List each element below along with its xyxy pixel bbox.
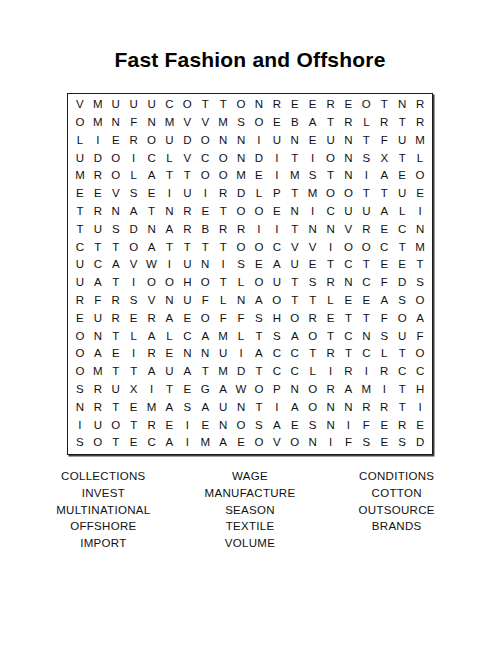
grid-cell[interactable]: V <box>178 149 196 167</box>
grid-cell[interactable]: V <box>125 256 143 274</box>
grid-cell[interactable]: I <box>357 167 375 185</box>
grid-cell[interactable]: T <box>107 363 125 381</box>
grid-cell[interactable]: N <box>411 221 429 239</box>
grid-cell[interactable]: T <box>322 167 340 185</box>
grid-cell[interactable]: T <box>411 256 429 274</box>
grid-cell[interactable]: U <box>393 132 411 150</box>
grid-cell[interactable]: C <box>339 256 357 274</box>
grid-cell[interactable]: S <box>268 327 286 345</box>
grid-cell[interactable]: O <box>268 292 286 310</box>
grid-cell[interactable]: L <box>160 327 178 345</box>
grid-cell[interactable]: M <box>160 114 178 132</box>
grid-cell[interactable]: A <box>304 114 322 132</box>
grid-cell[interactable]: N <box>286 381 304 399</box>
grid-cell[interactable]: T <box>393 381 411 399</box>
grid-cell[interactable]: M <box>89 114 107 132</box>
grid-cell[interactable]: O <box>304 327 322 345</box>
grid-cell[interactable]: T <box>214 274 232 292</box>
grid-cell[interactable]: E <box>160 416 178 434</box>
grid-cell[interactable]: T <box>304 292 322 310</box>
grid-cell[interactable]: R <box>89 399 107 417</box>
grid-cell[interactable]: T <box>393 399 411 417</box>
grid-cell[interactable]: I <box>250 132 268 150</box>
grid-cell[interactable]: E <box>357 292 375 310</box>
grid-cell[interactable]: E <box>71 310 89 328</box>
grid-cell[interactable]: E <box>71 185 89 203</box>
grid-cell[interactable]: N <box>214 132 232 150</box>
grid-cell[interactable]: T <box>357 185 375 203</box>
grid-cell[interactable]: N <box>143 221 161 239</box>
grid-cell[interactable]: T <box>322 256 340 274</box>
grid-cell[interactable]: N <box>160 203 178 221</box>
grid-cell[interactable]: O <box>286 434 304 452</box>
grid-cell[interactable]: N <box>286 203 304 221</box>
grid-cell[interactable]: L <box>393 203 411 221</box>
grid-cell[interactable]: T <box>339 345 357 363</box>
grid-cell[interactable]: M <box>196 434 214 452</box>
grid-cell[interactable]: U <box>339 203 357 221</box>
grid-cell[interactable]: A <box>143 363 161 381</box>
grid-cell[interactable]: I <box>214 256 232 274</box>
grid-cell[interactable]: N <box>107 114 125 132</box>
grid-cell[interactable]: X <box>125 381 143 399</box>
grid-cell[interactable]: C <box>178 327 196 345</box>
grid-cell[interactable]: S <box>232 114 250 132</box>
grid-cell[interactable]: L <box>375 345 393 363</box>
grid-cell[interactable]: E <box>107 132 125 150</box>
grid-cell[interactable]: C <box>393 363 411 381</box>
grid-cell[interactable]: P <box>268 381 286 399</box>
grid-cell[interactable]: O <box>107 416 125 434</box>
grid-cell[interactable]: L <box>125 327 143 345</box>
grid-cell[interactable]: X <box>375 149 393 167</box>
grid-cell[interactable]: T <box>250 399 268 417</box>
grid-cell[interactable]: R <box>71 292 89 310</box>
grid-cell[interactable]: W <box>143 256 161 274</box>
grid-cell[interactable]: I <box>304 149 322 167</box>
grid-cell[interactable]: O <box>71 114 89 132</box>
grid-cell[interactable]: R <box>322 345 340 363</box>
grid-cell[interactable]: C <box>411 363 429 381</box>
grid-cell[interactable]: O <box>250 274 268 292</box>
grid-cell[interactable]: A <box>196 327 214 345</box>
grid-cell[interactable]: D <box>250 149 268 167</box>
grid-cell[interactable]: S <box>393 292 411 310</box>
grid-cell[interactable]: V <box>71 96 89 114</box>
grid-cell[interactable]: N <box>250 96 268 114</box>
grid-cell[interactable]: N <box>339 167 357 185</box>
grid-cell[interactable]: O <box>125 238 143 256</box>
grid-cell[interactable]: E <box>250 167 268 185</box>
grid-cell[interactable]: T <box>214 238 232 256</box>
grid-cell[interactable]: T <box>322 327 340 345</box>
grid-cell[interactable]: S <box>357 434 375 452</box>
grid-cell[interactable]: T <box>160 381 178 399</box>
grid-cell[interactable]: S <box>304 274 322 292</box>
grid-cell[interactable]: M <box>143 399 161 417</box>
grid-cell[interactable]: D <box>178 132 196 150</box>
grid-cell[interactable]: A <box>250 292 268 310</box>
grid-cell[interactable]: E <box>178 310 196 328</box>
grid-cell[interactable]: I <box>339 416 357 434</box>
grid-cell[interactable]: R <box>339 363 357 381</box>
grid-cell[interactable]: G <box>196 381 214 399</box>
grid-cell[interactable]: V <box>339 221 357 239</box>
grid-cell[interactable]: R <box>107 310 125 328</box>
grid-cell[interactable]: O <box>214 149 232 167</box>
grid-cell[interactable]: C <box>143 149 161 167</box>
grid-cell[interactable]: E <box>178 381 196 399</box>
grid-cell[interactable]: S <box>250 416 268 434</box>
grid-cell[interactable]: T <box>339 310 357 328</box>
grid-cell[interactable]: I <box>268 221 286 239</box>
grid-cell[interactable]: V <box>286 238 304 256</box>
grid-cell[interactable]: U <box>89 416 107 434</box>
grid-cell[interactable]: E <box>339 292 357 310</box>
grid-cell[interactable]: O <box>196 310 214 328</box>
grid-cell[interactable]: T <box>196 96 214 114</box>
grid-cell[interactable]: R <box>107 292 125 310</box>
grid-cell[interactable]: U <box>286 256 304 274</box>
grid-cell[interactable]: I <box>160 256 178 274</box>
grid-cell[interactable]: I <box>71 416 89 434</box>
grid-cell[interactable]: S <box>304 167 322 185</box>
grid-cell[interactable]: S <box>232 256 250 274</box>
grid-cell[interactable]: A <box>250 345 268 363</box>
grid-cell[interactable]: R <box>375 363 393 381</box>
grid-cell[interactable]: S <box>411 274 429 292</box>
grid-cell[interactable]: C <box>143 434 161 452</box>
grid-cell[interactable]: C <box>160 96 178 114</box>
grid-cell[interactable]: R <box>339 114 357 132</box>
grid-cell[interactable]: N <box>339 274 357 292</box>
grid-cell[interactable]: N <box>304 434 322 452</box>
grid-cell[interactable]: I <box>357 363 375 381</box>
grid-cell[interactable]: E <box>196 203 214 221</box>
grid-cell[interactable]: R <box>178 221 196 239</box>
grid-cell[interactable]: U <box>214 399 232 417</box>
grid-cell[interactable]: C <box>286 363 304 381</box>
grid-cell[interactable]: T <box>393 114 411 132</box>
grid-cell[interactable]: C <box>322 203 340 221</box>
grid-cell[interactable]: A <box>375 292 393 310</box>
grid-cell[interactable]: E <box>375 434 393 452</box>
grid-cell[interactable]: O <box>143 132 161 150</box>
grid-cell[interactable]: I <box>178 434 196 452</box>
grid-cell[interactable]: N <box>107 203 125 221</box>
grid-cell[interactable]: O <box>160 274 178 292</box>
grid-cell[interactable]: I <box>232 345 250 363</box>
grid-cell[interactable]: V <box>268 434 286 452</box>
grid-cell[interactable]: M <box>214 114 232 132</box>
grid-cell[interactable]: F <box>357 416 375 434</box>
grid-cell[interactable]: R <box>214 185 232 203</box>
grid-cell[interactable]: A <box>268 256 286 274</box>
grid-cell[interactable]: U <box>322 132 340 150</box>
grid-cell[interactable]: T <box>286 292 304 310</box>
grid-cell[interactable]: T <box>196 238 214 256</box>
grid-cell[interactable]: A <box>143 167 161 185</box>
grid-cell[interactable]: C <box>286 345 304 363</box>
grid-cell[interactable]: S <box>125 185 143 203</box>
grid-cell[interactable]: E <box>304 132 322 150</box>
grid-cell[interactable]: O <box>286 310 304 328</box>
grid-cell[interactable]: E <box>107 345 125 363</box>
grid-cell[interactable]: O <box>89 434 107 452</box>
grid-cell[interactable]: A <box>268 416 286 434</box>
grid-cell[interactable]: L <box>232 274 250 292</box>
grid-cell[interactable]: E <box>322 310 340 328</box>
grid-cell[interactable]: M <box>232 167 250 185</box>
grid-cell[interactable]: R <box>375 114 393 132</box>
grid-cell[interactable]: O <box>232 203 250 221</box>
grid-cell[interactable]: O <box>196 274 214 292</box>
grid-cell[interactable]: T <box>357 132 375 150</box>
grid-cell[interactable]: T <box>214 203 232 221</box>
grid-cell[interactable]: N <box>339 132 357 150</box>
grid-cell[interactable]: O <box>339 238 357 256</box>
grid-cell[interactable]: R <box>89 167 107 185</box>
grid-cell[interactable]: A <box>143 238 161 256</box>
grid-cell[interactable]: A <box>160 399 178 417</box>
grid-cell[interactable]: E <box>286 416 304 434</box>
grid-cell[interactable]: T <box>304 345 322 363</box>
grid-cell[interactable]: E <box>232 434 250 452</box>
grid-cell[interactable]: T <box>250 327 268 345</box>
grid-cell[interactable]: L <box>71 132 89 150</box>
grid-cell[interactable]: O <box>107 149 125 167</box>
grid-cell[interactable]: C <box>357 274 375 292</box>
grid-cell[interactable]: O <box>71 363 89 381</box>
grid-cell[interactable]: R <box>143 345 161 363</box>
grid-cell[interactable]: V <box>107 185 125 203</box>
grid-cell[interactable]: N <box>339 399 357 417</box>
grid-cell[interactable]: E <box>268 114 286 132</box>
grid-cell[interactable]: H <box>268 310 286 328</box>
grid-cell[interactable]: T <box>357 256 375 274</box>
grid-cell[interactable]: V <box>143 292 161 310</box>
grid-cell[interactable]: T <box>143 203 161 221</box>
grid-cell[interactable]: D <box>393 274 411 292</box>
grid-cell[interactable]: N <box>322 221 340 239</box>
grid-cell[interactable]: E <box>250 256 268 274</box>
grid-cell[interactable]: T <box>125 363 143 381</box>
grid-cell[interactable]: O <box>107 167 125 185</box>
grid-cell[interactable]: U <box>178 292 196 310</box>
grid-cell[interactable]: T <box>393 345 411 363</box>
grid-cell[interactable]: C <box>268 345 286 363</box>
grid-cell[interactable]: C <box>268 363 286 381</box>
grid-cell[interactable]: S <box>375 327 393 345</box>
grid-cell[interactable]: R <box>89 203 107 221</box>
grid-cell[interactable]: A <box>411 310 429 328</box>
grid-cell[interactable]: T <box>375 185 393 203</box>
grid-cell[interactable]: I <box>250 221 268 239</box>
grid-cell[interactable]: O <box>250 434 268 452</box>
grid-cell[interactable]: O <box>411 292 429 310</box>
grid-cell[interactable]: U <box>160 132 178 150</box>
grid-cell[interactable]: R <box>411 96 429 114</box>
grid-cell[interactable]: E <box>339 96 357 114</box>
grid-cell[interactable]: B <box>286 114 304 132</box>
grid-cell[interactable]: M <box>214 363 232 381</box>
grid-cell[interactable]: L <box>357 114 375 132</box>
grid-cell[interactable]: M <box>411 238 429 256</box>
grid-cell[interactable]: R <box>393 416 411 434</box>
grid-cell[interactable]: D <box>232 185 250 203</box>
grid-cell[interactable]: I <box>143 381 161 399</box>
grid-cell[interactable]: O <box>250 203 268 221</box>
grid-cell[interactable]: R <box>214 221 232 239</box>
grid-cell[interactable]: M <box>411 132 429 150</box>
grid-cell[interactable]: O <box>71 327 89 345</box>
grid-cell[interactable]: O <box>411 345 429 363</box>
grid-cell[interactable]: D <box>232 363 250 381</box>
grid-cell[interactable]: F <box>232 310 250 328</box>
grid-cell[interactable]: E <box>125 434 143 452</box>
grid-cell[interactable]: U <box>268 132 286 150</box>
grid-cell[interactable]: T <box>107 434 125 452</box>
grid-cell[interactable]: A <box>107 256 125 274</box>
grid-cell[interactable]: O <box>232 96 250 114</box>
grid-cell[interactable]: C <box>89 256 107 274</box>
grid-cell[interactable]: I <box>268 149 286 167</box>
grid-cell[interactable]: I <box>125 274 143 292</box>
grid-cell[interactable]: M <box>89 363 107 381</box>
grid-cell[interactable]: R <box>89 381 107 399</box>
grid-cell[interactable]: U <box>178 185 196 203</box>
grid-cell[interactable]: T <box>286 221 304 239</box>
grid-cell[interactable]: S <box>357 149 375 167</box>
grid-cell[interactable]: N <box>196 345 214 363</box>
grid-cell[interactable]: F <box>411 327 429 345</box>
grid-cell[interactable]: I <box>304 203 322 221</box>
grid-cell[interactable]: N <box>178 345 196 363</box>
grid-cell[interactable]: L <box>160 149 178 167</box>
grid-cell[interactable]: B <box>196 221 214 239</box>
grid-cell[interactable]: C <box>196 149 214 167</box>
grid-cell[interactable]: I <box>268 399 286 417</box>
grid-cell[interactable]: F <box>214 310 232 328</box>
grid-cell[interactable]: D <box>125 221 143 239</box>
grid-cell[interactable]: F <box>196 292 214 310</box>
grid-cell[interactable]: N <box>232 292 250 310</box>
grid-cell[interactable]: U <box>71 274 89 292</box>
grid-cell[interactable]: R <box>357 221 375 239</box>
grid-cell[interactable]: U <box>357 203 375 221</box>
grid-cell[interactable]: U <box>268 274 286 292</box>
grid-cell[interactable]: N <box>304 221 322 239</box>
grid-cell[interactable]: A <box>89 345 107 363</box>
grid-cell[interactable]: N <box>286 132 304 150</box>
grid-cell[interactable]: I <box>322 238 340 256</box>
grid-cell[interactable]: O <box>339 185 357 203</box>
grid-cell[interactable]: C <box>339 327 357 345</box>
grid-cell[interactable]: E <box>143 185 161 203</box>
grid-cell[interactable]: O <box>178 96 196 114</box>
grid-cell[interactable]: C <box>71 238 89 256</box>
grid-cell[interactable]: I <box>411 399 429 417</box>
grid-cell[interactable]: U <box>143 96 161 114</box>
grid-cell[interactable]: F <box>125 114 143 132</box>
grid-cell[interactable]: A <box>89 274 107 292</box>
grid-cell[interactable]: O <box>357 96 375 114</box>
grid-cell[interactable]: T <box>250 363 268 381</box>
grid-cell[interactable]: N <box>322 416 340 434</box>
grid-cell[interactable]: R <box>143 416 161 434</box>
grid-cell[interactable]: N <box>322 399 340 417</box>
grid-cell[interactable]: R <box>304 310 322 328</box>
grid-cell[interactable]: E <box>375 221 393 239</box>
grid-cell[interactable]: T <box>178 167 196 185</box>
grid-cell[interactable]: I <box>160 185 178 203</box>
grid-cell[interactable]: R <box>268 96 286 114</box>
grid-cell[interactable]: T <box>286 274 304 292</box>
grid-cell[interactable]: S <box>71 434 89 452</box>
grid-cell[interactable]: E <box>304 256 322 274</box>
grid-cell[interactable]: O <box>71 345 89 363</box>
grid-cell[interactable]: O <box>393 310 411 328</box>
grid-cell[interactable]: A <box>214 434 232 452</box>
grid-cell[interactable]: U <box>125 96 143 114</box>
grid-cell[interactable]: U <box>160 363 178 381</box>
grid-cell[interactable]: F <box>375 310 393 328</box>
grid-cell[interactable]: E <box>304 96 322 114</box>
grid-cell[interactable]: M <box>286 167 304 185</box>
grid-cell[interactable]: O <box>143 274 161 292</box>
grid-cell[interactable]: U <box>393 327 411 345</box>
grid-cell[interactable]: T <box>160 167 178 185</box>
grid-cell[interactable]: A <box>375 203 393 221</box>
grid-cell[interactable]: M <box>357 381 375 399</box>
grid-cell[interactable]: C <box>268 238 286 256</box>
grid-cell[interactable]: E <box>89 185 107 203</box>
grid-cell[interactable]: N <box>357 327 375 345</box>
grid-cell[interactable]: E <box>411 185 429 203</box>
grid-cell[interactable]: O <box>196 167 214 185</box>
grid-cell[interactable]: A <box>286 399 304 417</box>
grid-cell[interactable]: I <box>89 132 107 150</box>
grid-cell[interactable]: T <box>375 96 393 114</box>
grid-cell[interactable]: N <box>214 416 232 434</box>
grid-cell[interactable]: U <box>89 310 107 328</box>
grid-cell[interactable]: O <box>304 381 322 399</box>
grid-cell[interactable]: E <box>375 416 393 434</box>
grid-cell[interactable]: E <box>393 167 411 185</box>
grid-cell[interactable]: A <box>143 327 161 345</box>
grid-cell[interactable]: A <box>160 221 178 239</box>
grid-cell[interactable]: T <box>393 238 411 256</box>
grid-cell[interactable]: E <box>286 96 304 114</box>
grid-cell[interactable]: U <box>71 149 89 167</box>
grid-cell[interactable]: H <box>178 274 196 292</box>
grid-cell[interactable]: R <box>411 114 429 132</box>
grid-cell[interactable]: I <box>125 149 143 167</box>
grid-cell[interactable]: T <box>178 238 196 256</box>
grid-cell[interactable]: T <box>393 149 411 167</box>
grid-cell[interactable]: A <box>178 363 196 381</box>
grid-cell[interactable]: A <box>196 399 214 417</box>
grid-cell[interactable]: E <box>411 416 429 434</box>
grid-cell[interactable]: U <box>71 256 89 274</box>
grid-cell[interactable]: N <box>393 96 411 114</box>
grid-cell[interactable]: I <box>411 203 429 221</box>
grid-cell[interactable]: R <box>357 399 375 417</box>
grid-cell[interactable]: R <box>322 381 340 399</box>
grid-cell[interactable]: M <box>89 96 107 114</box>
grid-cell[interactable]: L <box>214 292 232 310</box>
grid-cell[interactable]: N <box>71 399 89 417</box>
